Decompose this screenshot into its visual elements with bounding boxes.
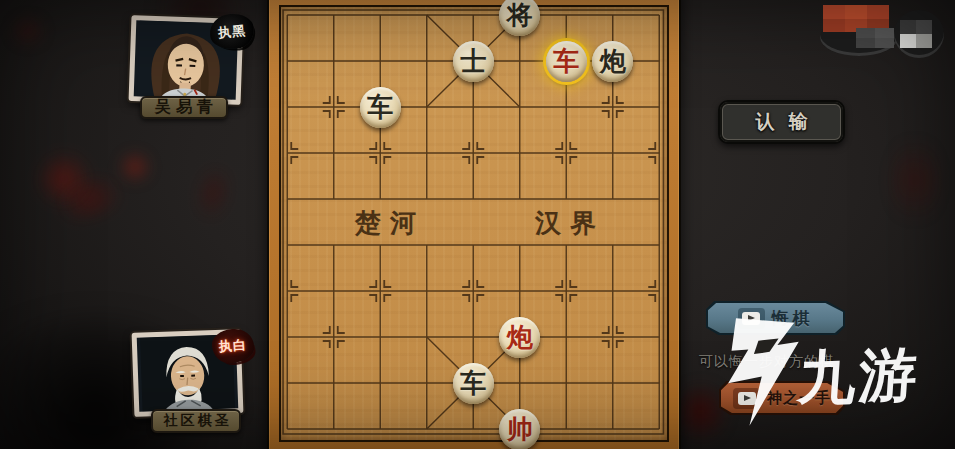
piece-black-advisor[interactable]: 士 <box>453 41 494 82</box>
blood-smudge <box>193 156 233 230</box>
piece-red-general[interactable]: 帅 <box>499 409 540 449</box>
blood-smudge <box>26 139 101 218</box>
piece-black-chariot-1[interactable]: 车 <box>360 87 401 128</box>
resign-button[interactable]: 认输 <box>718 100 845 144</box>
video-play-icon <box>742 312 760 325</box>
blood-smudge <box>892 130 938 230</box>
video-play-icon <box>738 392 756 405</box>
player-name-top: 吴易青 <box>140 96 228 119</box>
piece-red-chariot[interactable]: 车 <box>546 41 587 82</box>
undo-button-label: 悔棋 <box>772 307 814 330</box>
dark-smudge <box>676 382 726 442</box>
side-badge-white: 执白 <box>211 328 255 365</box>
piece-red-cannon[interactable]: 炮 <box>499 317 540 358</box>
hint-move-button[interactable]: 神之一手 <box>719 381 845 415</box>
video-icon-well <box>738 308 765 329</box>
censored-mosaic <box>810 0 955 62</box>
blood-smudge <box>118 152 152 182</box>
hint-move-button-label: 神之一手 <box>767 389 831 408</box>
video-icon-well <box>733 388 760 409</box>
player-name-bottom: 社区棋圣 <box>151 409 241 433</box>
undo-button[interactable]: 悔棋 <box>706 301 845 335</box>
blood-smudge <box>8 18 48 44</box>
game-stage: 楚河 汉界 将士车炮车炮车帅 <box>0 0 955 449</box>
piece-grid: 将士车炮车炮车帅 <box>264 0 683 449</box>
blood-smudge <box>47 170 134 227</box>
undo-hint-text: 可以悔一步对方的棋 <box>699 353 869 371</box>
piece-black-chariot-2[interactable]: 车 <box>453 363 494 404</box>
piece-black-cannon[interactable]: 炮 <box>592 41 633 82</box>
piece-black-general[interactable]: 将 <box>499 0 540 36</box>
